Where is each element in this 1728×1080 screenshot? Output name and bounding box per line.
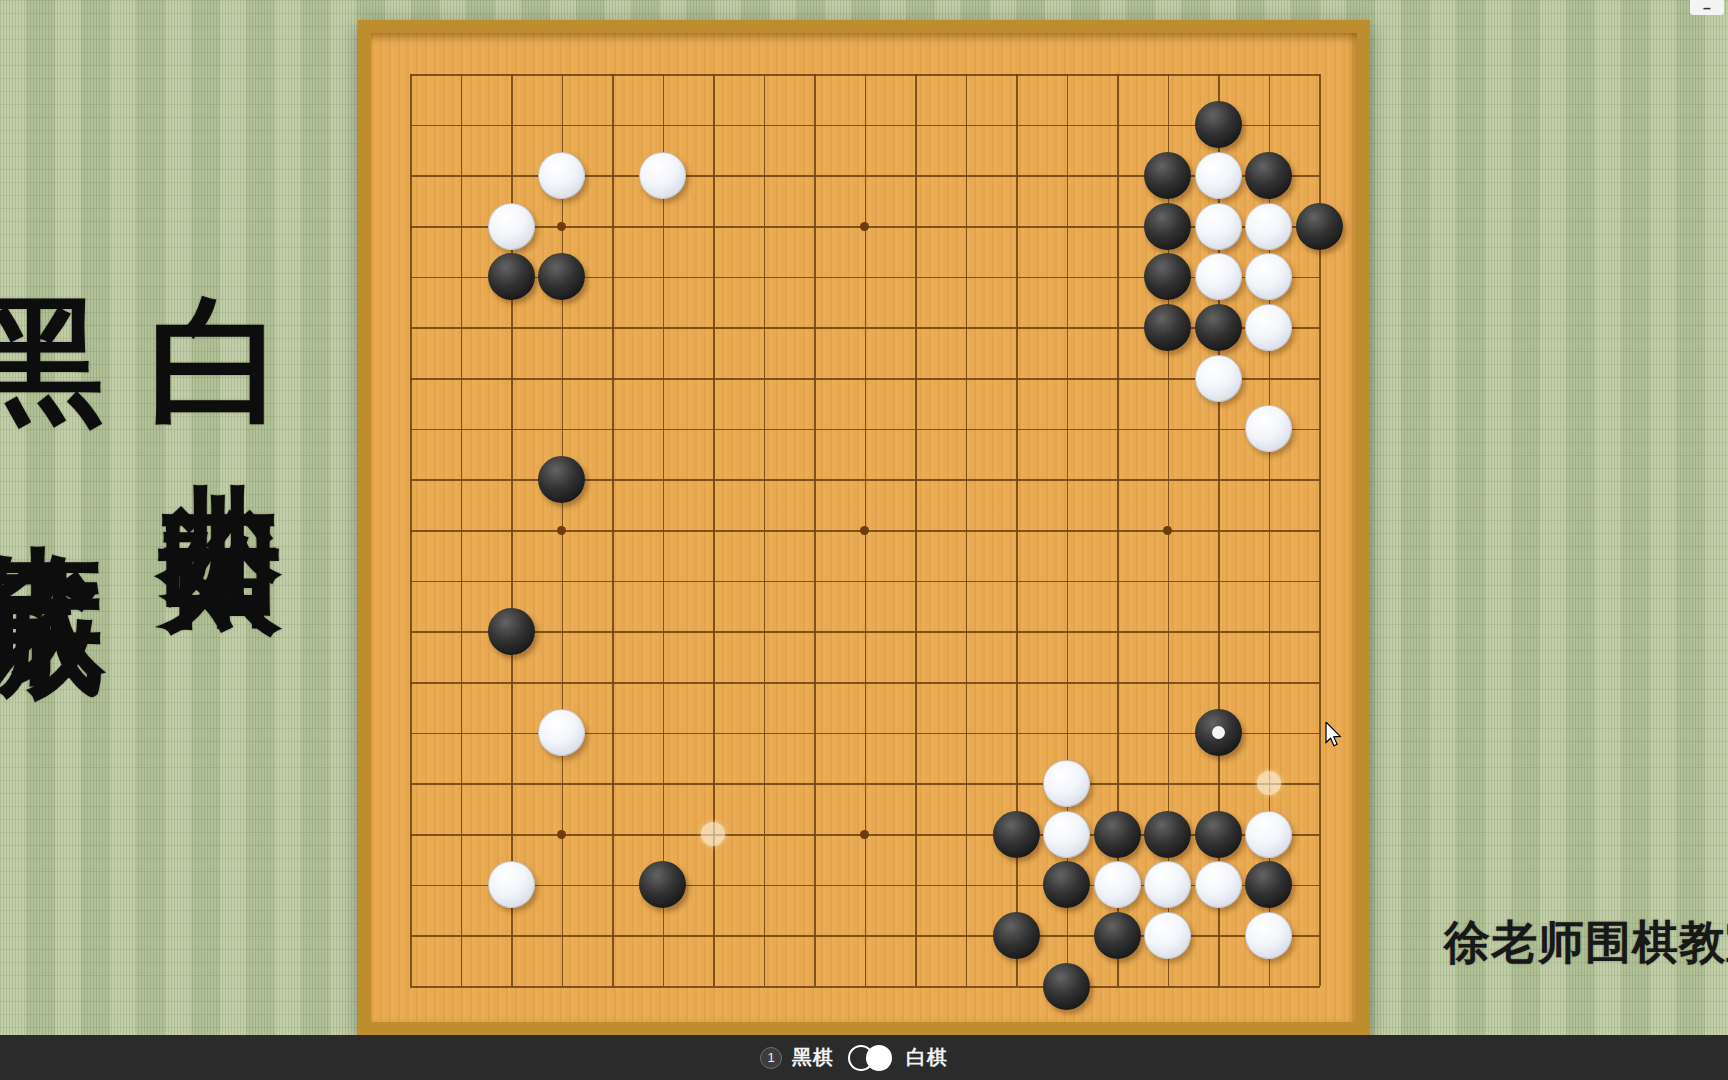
white-stones-label: 白棋 <box>906 1044 948 1071</box>
white-stone <box>538 709 585 756</box>
grid-line <box>410 631 1320 633</box>
black-stone <box>1245 152 1292 199</box>
black-stone <box>538 253 585 300</box>
white-stone <box>1195 861 1242 908</box>
black-stone <box>488 608 535 655</box>
grid-line <box>410 682 1320 684</box>
grid-line <box>966 74 968 986</box>
star-point <box>557 222 566 231</box>
last-move-marker <box>1212 726 1225 739</box>
white-stone <box>1245 203 1292 250</box>
black-stone <box>1094 811 1141 858</box>
star-point <box>557 526 566 535</box>
black-stone <box>1195 709 1242 756</box>
black-stone <box>639 861 686 908</box>
black-stone <box>1094 912 1141 959</box>
white-stone <box>1195 152 1242 199</box>
white-stone <box>1144 912 1191 959</box>
white-stone <box>1245 253 1292 300</box>
star-point <box>557 830 566 839</box>
black-stones-label: 黑棋 <box>792 1044 834 1071</box>
black-stone <box>993 811 1040 858</box>
black-stone <box>1144 152 1191 199</box>
black-stone <box>1296 203 1343 250</box>
black-stone <box>1144 304 1191 351</box>
white-stone <box>1245 405 1292 452</box>
ghost-stone-hint <box>1257 771 1281 795</box>
minimize-button[interactable]: – <box>1690 0 1724 15</box>
white-stone <box>639 152 686 199</box>
white-stone <box>1144 861 1191 908</box>
black-stone <box>1144 203 1191 250</box>
white-stone <box>1195 203 1242 250</box>
black-stone <box>488 253 535 300</box>
white-stone <box>1245 304 1292 351</box>
black-stone <box>1195 811 1242 858</box>
ghost-stone-hint <box>701 822 725 846</box>
color-toggle-group: 1 黑棋 白棋 <box>760 1035 948 1080</box>
app-window: { "game": "go", "board": { "size": 19, "… <box>0 0 1728 1080</box>
grid-line <box>410 581 1320 583</box>
move-number-badge: 1 <box>760 1047 782 1069</box>
white-stone <box>1195 253 1242 300</box>
black-stone <box>1195 304 1242 351</box>
star-point <box>860 526 869 535</box>
star-point <box>860 830 869 839</box>
white-stone <box>1043 811 1090 858</box>
black-stone <box>1043 963 1090 1010</box>
go-board-grid[interactable] <box>410 74 1320 986</box>
grid-line <box>915 74 917 986</box>
bottom-bar: 1 黑棋 白棋 <box>0 1035 1728 1080</box>
black-stone <box>1195 101 1242 148</box>
minimize-icon: – <box>1703 3 1711 13</box>
grid-line <box>410 986 1320 988</box>
white-stone <box>1245 912 1292 959</box>
black-stone <box>1043 861 1090 908</box>
white-stone <box>488 203 535 250</box>
white-stone <box>538 152 585 199</box>
star-point <box>860 222 869 231</box>
black-stone <box>993 912 1040 959</box>
cursor-icon <box>1325 722 1345 752</box>
black-stone <box>1245 861 1292 908</box>
star-point <box>1163 526 1172 535</box>
black-stone <box>1144 253 1191 300</box>
stone-color-toggle[interactable] <box>848 1045 892 1071</box>
white-stone <box>1195 355 1242 402</box>
black-stone <box>538 456 585 503</box>
white-stone <box>1043 760 1090 807</box>
grid-line <box>410 783 1320 785</box>
toggle-white-knob-icon <box>866 1045 892 1071</box>
watermark: 徐老师围棋教室 <box>1444 912 1728 974</box>
player-black-name: 李钦诚 <box>0 438 106 474</box>
white-stone <box>488 861 535 908</box>
black-stone <box>1144 811 1191 858</box>
white-stone <box>1094 861 1141 908</box>
player-white-name: 井山裕太 <box>160 382 284 422</box>
white-stone <box>1245 811 1292 858</box>
